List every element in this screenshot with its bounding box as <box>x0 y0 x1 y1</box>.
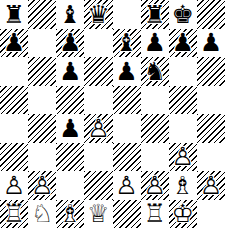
piece-white-king: ♚♔ <box>169 200 197 228</box>
square-e2[interactable]: ♟♙ <box>113 171 141 200</box>
piece-white-rook: ♜♖ <box>0 200 28 228</box>
square-a5[interactable] <box>0 86 28 115</box>
square-b2[interactable]: ♟♙ <box>28 171 56 200</box>
square-d8[interactable]: ♛ <box>84 0 112 29</box>
piece-white-queen: ♛♕ <box>84 200 112 228</box>
square-h7[interactable]: ♟ <box>197 29 225 58</box>
queen-glyph-outline: ♕ <box>84 200 112 228</box>
square-a1[interactable]: ♜♖ <box>0 200 28 229</box>
square-a4[interactable] <box>0 114 28 143</box>
square-c1[interactable]: ♝♗ <box>56 200 84 229</box>
square-e8[interactable] <box>113 0 141 29</box>
pawn-glyph-fill: ♟ <box>143 30 165 55</box>
bishop-glyph-fill: ♝ <box>59 2 81 27</box>
square-c8[interactable]: ♝ <box>56 0 84 29</box>
square-f1[interactable]: ♜♖ <box>141 200 169 229</box>
piece-black-knight: ♞ <box>141 57 169 85</box>
piece-white-pawn: ♟♙ <box>0 171 28 199</box>
pawn-glyph-fill: ♟ <box>59 30 81 55</box>
square-f7[interactable]: ♟ <box>141 29 169 58</box>
square-h4[interactable] <box>197 114 225 143</box>
square-h6[interactable] <box>197 57 225 86</box>
piece-black-bishop: ♝ <box>113 29 141 57</box>
square-g3[interactable]: ♟♙ <box>169 143 197 172</box>
king-glyph-outline: ♔ <box>169 200 197 228</box>
square-e3[interactable] <box>113 143 141 172</box>
rook-glyph-fill: ♜ <box>3 2 25 27</box>
piece-white-rook: ♜♖ <box>141 200 169 228</box>
square-h1[interactable] <box>197 200 225 229</box>
piece-white-knight: ♞♘ <box>28 200 56 228</box>
square-c6[interactable]: ♟ <box>56 57 84 86</box>
square-b3[interactable] <box>28 143 56 172</box>
pawn-glyph-outline: ♙ <box>84 114 112 142</box>
piece-white-bishop: ♝♗ <box>169 171 197 199</box>
piece-white-pawn: ♟♙ <box>113 171 141 199</box>
square-g4[interactable] <box>169 114 197 143</box>
square-c7[interactable]: ♟ <box>56 29 84 58</box>
square-h2[interactable]: ♟♙ <box>197 171 225 200</box>
square-a7[interactable]: ♟ <box>0 29 28 58</box>
queen-glyph-fill: ♛ <box>87 2 109 27</box>
square-g6[interactable] <box>169 57 197 86</box>
square-d5[interactable] <box>84 86 112 115</box>
pawn-glyph-fill: ♟ <box>3 30 25 55</box>
piece-black-pawn: ♟ <box>56 114 84 142</box>
piece-white-pawn: ♟♙ <box>84 114 112 142</box>
square-f5[interactable] <box>141 86 169 115</box>
square-g5[interactable] <box>169 86 197 115</box>
square-a6[interactable] <box>0 57 28 86</box>
square-a2[interactable]: ♟♙ <box>0 171 28 200</box>
square-f3[interactable] <box>141 143 169 172</box>
square-d7[interactable] <box>84 29 112 58</box>
piece-white-pawn: ♟♙ <box>169 143 197 171</box>
square-e5[interactable] <box>113 86 141 115</box>
square-f4[interactable] <box>141 114 169 143</box>
piece-black-pawn: ♟ <box>197 29 225 57</box>
square-b8[interactable] <box>28 0 56 29</box>
piece-black-rook: ♜ <box>0 0 28 28</box>
square-f8[interactable]: ♜ <box>141 0 169 29</box>
rook-glyph-outline: ♖ <box>0 200 28 228</box>
pawn-glyph-outline: ♙ <box>197 171 225 199</box>
square-a8[interactable]: ♜ <box>0 0 28 29</box>
pawn-glyph-outline: ♙ <box>113 171 141 199</box>
square-b1[interactable]: ♞♘ <box>28 200 56 229</box>
piece-white-bishop: ♝♗ <box>56 200 84 228</box>
square-c4[interactable]: ♟ <box>56 114 84 143</box>
pawn-glyph-fill: ♟ <box>59 116 81 141</box>
pawn-glyph-fill: ♟ <box>115 59 137 84</box>
bishop-glyph-fill: ♝ <box>115 30 137 55</box>
piece-black-bishop: ♝ <box>56 0 84 28</box>
piece-white-pawn: ♟♙ <box>141 171 169 199</box>
square-f2[interactable]: ♟♙ <box>141 171 169 200</box>
piece-white-pawn: ♟♙ <box>197 171 225 199</box>
square-b5[interactable] <box>28 86 56 115</box>
pawn-glyph-outline: ♙ <box>141 171 169 199</box>
pawn-glyph-outline: ♙ <box>169 143 197 171</box>
square-d4[interactable]: ♟♙ <box>84 114 112 143</box>
rook-glyph-fill: ♜ <box>143 2 165 27</box>
square-g2[interactable]: ♝♗ <box>169 171 197 200</box>
knight-glyph-outline: ♘ <box>28 200 56 228</box>
piece-black-king: ♚ <box>169 0 197 28</box>
pawn-glyph-fill: ♟ <box>200 30 222 55</box>
square-f6[interactable]: ♞ <box>141 57 169 86</box>
square-g8[interactable]: ♚ <box>169 0 197 29</box>
piece-black-pawn: ♟ <box>113 57 141 85</box>
square-h3[interactable] <box>197 143 225 172</box>
rook-glyph-outline: ♖ <box>141 200 169 228</box>
chess-board: ♜♝♛♜♚♟♟♝♟♟♟♟♟♞♟♟♙♟♙♟♙♟♙♟♙♟♙♝♗♟♙♜♖♞♘♝♗♛♕♜… <box>0 0 225 228</box>
piece-black-queen: ♛ <box>84 0 112 28</box>
square-b4[interactable] <box>28 114 56 143</box>
piece-black-pawn: ♟ <box>141 29 169 57</box>
square-b7[interactable] <box>28 29 56 58</box>
piece-black-pawn: ♟ <box>0 29 28 57</box>
square-b6[interactable] <box>28 57 56 86</box>
square-g1[interactable]: ♚♔ <box>169 200 197 229</box>
square-e4[interactable] <box>113 114 141 143</box>
square-e1[interactable] <box>113 200 141 229</box>
square-d1[interactable]: ♛♕ <box>84 200 112 229</box>
pawn-glyph-fill: ♟ <box>172 30 194 55</box>
square-h5[interactable] <box>197 86 225 115</box>
square-e6[interactable]: ♟ <box>113 57 141 86</box>
bishop-glyph-outline: ♗ <box>169 171 197 199</box>
square-a3[interactable] <box>0 143 28 172</box>
square-d3[interactable] <box>84 143 112 172</box>
square-e7[interactable]: ♝ <box>113 29 141 58</box>
king-glyph-fill: ♚ <box>172 2 194 27</box>
square-g7[interactable]: ♟ <box>169 29 197 58</box>
square-d2[interactable] <box>84 171 112 200</box>
piece-black-rook: ♜ <box>141 0 169 28</box>
piece-black-pawn: ♟ <box>56 29 84 57</box>
square-c5[interactable] <box>56 86 84 115</box>
piece-black-pawn: ♟ <box>56 57 84 85</box>
knight-glyph-fill: ♞ <box>143 59 165 84</box>
square-c3[interactable] <box>56 143 84 172</box>
square-d6[interactable] <box>84 57 112 86</box>
bishop-glyph-outline: ♗ <box>56 200 84 228</box>
pawn-glyph-outline: ♙ <box>28 171 56 199</box>
piece-black-pawn: ♟ <box>169 29 197 57</box>
piece-white-pawn: ♟♙ <box>28 171 56 199</box>
pawn-glyph-fill: ♟ <box>59 59 81 84</box>
square-c2[interactable] <box>56 171 84 200</box>
pawn-glyph-outline: ♙ <box>0 171 28 199</box>
square-h8[interactable] <box>197 0 225 29</box>
